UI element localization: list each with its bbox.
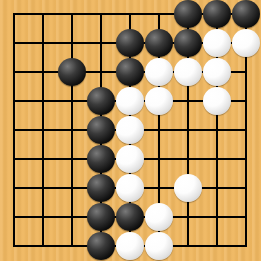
stone-white [174, 58, 202, 86]
stone-white [203, 29, 231, 57]
stone-white [116, 145, 144, 173]
stone-black [145, 29, 173, 57]
stone-black [87, 87, 115, 115]
stone-white [116, 232, 144, 260]
stone-black [87, 174, 115, 202]
stone-black [58, 58, 86, 86]
screenshot-root [0, 0, 261, 261]
stone-black [87, 232, 115, 260]
stone-black [87, 203, 115, 231]
stone-white [232, 29, 260, 57]
stone-black [232, 0, 260, 28]
stone-white [174, 174, 202, 202]
stone-black [87, 116, 115, 144]
stone-white [116, 116, 144, 144]
stone-black [87, 145, 115, 173]
stone-black [203, 0, 231, 28]
stone-white [116, 174, 144, 202]
stone-white [116, 87, 144, 115]
stone-white [145, 203, 173, 231]
stone-white [145, 58, 173, 86]
go-board[interactable] [0, 0, 261, 261]
stone-black [174, 29, 202, 57]
stone-black [116, 203, 144, 231]
stone-black [174, 0, 202, 28]
stone-white [203, 87, 231, 115]
stone-white [203, 58, 231, 86]
stone-white [145, 87, 173, 115]
stone-black [116, 58, 144, 86]
stone-black [116, 29, 144, 57]
stone-white [145, 232, 173, 260]
